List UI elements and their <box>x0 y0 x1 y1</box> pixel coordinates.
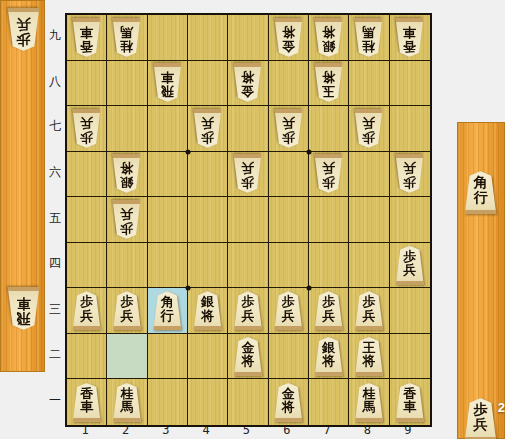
piece-kanji: 馬 <box>120 400 133 414</box>
piece-kanji: 歩 <box>322 295 335 309</box>
square-1-五[interactable] <box>67 197 107 243</box>
piece-face: 歩兵 <box>6 8 41 51</box>
square-5-七[interactable] <box>228 106 268 152</box>
square-3-二[interactable] <box>148 334 188 380</box>
piece-kanji: 車 <box>80 400 93 414</box>
piece-face: 銀将 <box>111 154 142 193</box>
piece-face: 金将 <box>232 337 263 376</box>
square-3-六[interactable] <box>148 152 188 198</box>
piece-bishop[interactable]: 角行 <box>463 171 498 214</box>
square-1-一[interactable]: 香車 <box>67 379 107 425</box>
star-point <box>186 286 191 291</box>
piece-silver[interactable]: 銀将 <box>313 18 344 57</box>
piece-kanji: 車 <box>80 26 93 40</box>
piece-kanji: 兵 <box>17 17 31 32</box>
square-9-五[interactable] <box>390 197 430 243</box>
square-1-八[interactable] <box>67 61 107 107</box>
piece-kanji: 将 <box>282 26 295 40</box>
piece-kanji: 歩 <box>80 295 93 309</box>
piece-kanji: 玉 <box>322 85 335 99</box>
piece-face: 金将 <box>232 63 263 102</box>
piece-kanji: 兵 <box>322 309 335 323</box>
piece-kanji: 香 <box>80 39 93 53</box>
piece-kanji: 歩 <box>80 130 93 144</box>
square-8-四[interactable] <box>349 243 389 289</box>
square-2-九[interactable]: 桂馬 <box>107 15 147 61</box>
square-8-九[interactable]: 桂馬 <box>349 15 389 61</box>
piece-kanji: 将 <box>322 354 335 368</box>
square-8-八[interactable] <box>349 61 389 107</box>
piece-face: 歩兵 <box>463 398 498 439</box>
square-5-六[interactable]: 歩兵 <box>228 152 268 198</box>
square-1-四[interactable] <box>67 243 107 289</box>
piece-lance[interactable]: 香車 <box>71 383 102 422</box>
square-6-七[interactable]: 歩兵 <box>269 106 309 152</box>
piece-pawn[interactable]: 歩兵 <box>6 8 41 51</box>
piece-kanji: 兵 <box>474 417 488 432</box>
piece-kanji: 桂 <box>120 39 133 53</box>
piece-kanji: 兵 <box>80 309 93 323</box>
piece-kanji: 香 <box>403 387 416 401</box>
piece-kanji: 将 <box>322 26 335 40</box>
rank-label: 一 <box>45 378 65 424</box>
square-6-五[interactable] <box>269 197 309 243</box>
piece-pawn[interactable]: 歩兵 <box>313 291 344 330</box>
square-7-二[interactable]: 銀将 <box>309 334 349 380</box>
square-4-五[interactable] <box>188 197 228 243</box>
rank-label: 二 <box>45 332 65 378</box>
rank-label: 四 <box>45 241 65 287</box>
square-5-五[interactable] <box>228 197 268 243</box>
square-2-五[interactable]: 歩兵 <box>107 197 147 243</box>
piece-pawn[interactable]: 歩兵 <box>353 109 384 148</box>
piece-kanji: 香 <box>80 387 93 401</box>
piece-face: 歩兵 <box>273 291 304 330</box>
piece-gold[interactable]: 金将 <box>232 337 263 376</box>
piece-face: 歩兵 <box>273 109 304 148</box>
square-7-三[interactable]: 歩兵 <box>309 288 349 334</box>
rank-label: 三 <box>45 286 65 332</box>
piece-kanji: 車 <box>403 400 416 414</box>
piece-face: 飛車 <box>6 287 41 330</box>
square-1-二[interactable] <box>67 334 107 380</box>
piece-kanji: 馬 <box>362 400 375 414</box>
square-9-三[interactable] <box>390 288 430 334</box>
piece-silver[interactable]: 銀将 <box>111 154 142 193</box>
square-6-八[interactable] <box>269 61 309 107</box>
piece-face: 銀将 <box>192 291 223 330</box>
square-9-一[interactable]: 香車 <box>390 379 430 425</box>
piece-face: 歩兵 <box>353 291 384 330</box>
rank-label: 六 <box>45 150 65 196</box>
rank-label: 八 <box>45 59 65 105</box>
piece-kanji: 銀 <box>322 39 335 53</box>
piece-kanji: 将 <box>201 309 214 323</box>
square-8-七[interactable]: 歩兵 <box>349 106 389 152</box>
square-6-一[interactable]: 金将 <box>269 379 309 425</box>
square-8-一[interactable]: 桂馬 <box>349 379 389 425</box>
square-4-六[interactable] <box>188 152 228 198</box>
hand-piece-bishop[interactable]: 角行 <box>463 171 498 214</box>
square-1-九[interactable]: 香車 <box>67 15 107 61</box>
piece-lance[interactable]: 香車 <box>71 18 102 57</box>
piece-kanji: 歩 <box>322 176 335 190</box>
piece-kanji: 歩 <box>403 176 416 190</box>
square-7-九[interactable]: 銀将 <box>309 15 349 61</box>
piece-kanji: 歩 <box>474 402 488 417</box>
square-4-九[interactable] <box>188 15 228 61</box>
star-point <box>307 286 312 291</box>
piece-pawn[interactable]: 歩兵 <box>111 200 142 239</box>
piece-gold[interactable]: 金将 <box>232 63 263 102</box>
piece-kanji: 行 <box>161 309 174 323</box>
piece-pawn[interactable]: 歩兵 <box>394 246 425 285</box>
square-3-八[interactable]: 飛車 <box>148 61 188 107</box>
piece-lance[interactable]: 香車 <box>394 18 425 57</box>
piece-face: 歩兵 <box>394 154 425 193</box>
piece-face: 桂馬 <box>111 18 142 57</box>
square-2-八[interactable] <box>107 61 147 107</box>
piece-kanji: 車 <box>17 296 31 311</box>
square-1-三[interactable]: 歩兵 <box>67 288 107 334</box>
piece-face: 歩兵 <box>313 154 344 193</box>
square-2-四[interactable] <box>107 243 147 289</box>
piece-face: 角行 <box>152 291 183 330</box>
piece-pawn[interactable]: 歩兵 <box>313 154 344 193</box>
square-2-二[interactable] <box>107 334 147 380</box>
square-2-一[interactable]: 桂馬 <box>107 379 147 425</box>
piece-kanji: 桂 <box>362 39 375 53</box>
piece-kanji: 銀 <box>201 295 214 309</box>
square-8-二[interactable]: 王将 <box>349 334 389 380</box>
star-point <box>307 149 312 154</box>
piece-face: 歩兵 <box>111 200 142 239</box>
piece-king[interactable]: 王将 <box>353 337 384 376</box>
piece-face: 香車 <box>71 18 102 57</box>
piece-kanji: 兵 <box>362 309 375 323</box>
piece-pawn[interactable]: 歩兵 <box>232 291 263 330</box>
piece-kanji: 桂 <box>362 387 375 401</box>
piece-face: 銀将 <box>313 18 344 57</box>
piece-kanji: 歩 <box>403 250 416 264</box>
square-2-七[interactable] <box>107 106 147 152</box>
square-7-八[interactable]: 玉将 <box>309 61 349 107</box>
piece-knight[interactable]: 桂馬 <box>353 18 384 57</box>
piece-kanji: 角 <box>161 295 174 309</box>
square-9-二[interactable] <box>390 334 430 380</box>
board-grid: 香車桂馬金将銀将桂馬香車飛車金将玉将歩兵歩兵歩兵歩兵銀将歩兵歩兵歩兵歩兵歩兵歩兵… <box>65 13 432 427</box>
piece-kanji: 馬 <box>120 26 133 40</box>
piece-pawn[interactable]: 歩兵 <box>273 291 304 330</box>
square-8-三[interactable]: 歩兵 <box>349 288 389 334</box>
square-7-六[interactable]: 歩兵 <box>309 152 349 198</box>
piece-kanji: 歩 <box>282 130 295 144</box>
piece-face: 香車 <box>394 18 425 57</box>
square-3-五[interactable] <box>148 197 188 243</box>
star-point <box>186 149 191 154</box>
square-1-六[interactable] <box>67 152 107 198</box>
square-6-四[interactable] <box>269 243 309 289</box>
piece-knight[interactable]: 桂馬 <box>111 18 142 57</box>
hand-piece-count: 2 <box>498 400 505 415</box>
piece-kanji: 兵 <box>120 208 133 222</box>
piece-pawn[interactable]: 歩兵 <box>232 154 263 193</box>
piece-kanji: 銀 <box>322 341 335 355</box>
piece-kanji: 歩 <box>362 295 375 309</box>
square-5-八[interactable]: 金将 <box>228 61 268 107</box>
piece-face: 歩兵 <box>232 154 263 193</box>
square-8-六[interactable] <box>349 152 389 198</box>
square-5-一[interactable] <box>228 379 268 425</box>
square-6-六[interactable] <box>269 152 309 198</box>
square-7-四[interactable] <box>309 243 349 289</box>
rank-label: 九 <box>45 13 65 59</box>
square-6-九[interactable]: 金将 <box>269 15 309 61</box>
piece-kanji: 兵 <box>241 309 254 323</box>
square-2-三[interactable]: 歩兵 <box>107 288 147 334</box>
square-5-九[interactable] <box>228 15 268 61</box>
piece-face: 歩兵 <box>192 109 223 148</box>
piece-bishop[interactable]: 角行 <box>152 291 183 330</box>
piece-rook[interactable]: 飛車 <box>6 287 41 330</box>
piece-gold[interactable]: 金将 <box>273 383 304 422</box>
piece-kanji: 将 <box>120 162 133 176</box>
piece-face: 歩兵 <box>71 109 102 148</box>
square-4-七[interactable]: 歩兵 <box>188 106 228 152</box>
piece-kanji: 歩 <box>17 32 31 47</box>
piece-kanji: 角 <box>474 175 488 190</box>
piece-kanji: 金 <box>241 341 254 355</box>
piece-kanji: 歩 <box>241 295 254 309</box>
piece-silver[interactable]: 銀将 <box>192 291 223 330</box>
square-7-七[interactable] <box>309 106 349 152</box>
piece-pawn[interactable]: 歩兵 <box>394 154 425 193</box>
piece-kanji: 銀 <box>120 176 133 190</box>
piece-kanji: 兵 <box>282 117 295 131</box>
piece-gold[interactable]: 金将 <box>273 18 304 57</box>
piece-face: 角行 <box>463 171 498 214</box>
square-9-四[interactable]: 歩兵 <box>390 243 430 289</box>
square-3-四[interactable] <box>148 243 188 289</box>
piece-kanji: 兵 <box>403 162 416 176</box>
piece-kanji: 兵 <box>241 162 254 176</box>
piece-pawn[interactable]: 歩兵 <box>71 291 102 330</box>
square-4-二[interactable] <box>188 334 228 380</box>
square-7-五[interactable] <box>309 197 349 243</box>
piece-rook[interactable]: 飛車 <box>152 63 183 102</box>
square-9-九[interactable]: 香車 <box>390 15 430 61</box>
piece-kanji: 兵 <box>403 263 416 277</box>
rank-label: 七 <box>45 104 65 150</box>
piece-face: 歩兵 <box>313 291 344 330</box>
piece-kanji: 将 <box>362 354 375 368</box>
piece-kanji: 飛 <box>17 311 31 326</box>
piece-face: 銀将 <box>313 337 344 376</box>
square-3-三[interactable]: 角行 <box>148 288 188 334</box>
shogi-app: 歩兵飛車 角行歩兵2 九八七六五四三二一 123456789 香車桂馬金将銀将桂… <box>0 0 505 439</box>
piece-kanji: 車 <box>403 26 416 40</box>
piece-king[interactable]: 玉将 <box>313 63 344 102</box>
piece-kanji: 歩 <box>120 221 133 235</box>
square-6-三[interactable]: 歩兵 <box>269 288 309 334</box>
rank-labels: 九八七六五四三二一 <box>45 13 65 423</box>
piece-kanji: 将 <box>282 400 295 414</box>
piece-face: 桂馬 <box>353 18 384 57</box>
square-9-六[interactable]: 歩兵 <box>390 152 430 198</box>
piece-kanji: 金 <box>282 39 295 53</box>
piece-knight[interactable]: 桂馬 <box>353 383 384 422</box>
square-8-五[interactable] <box>349 197 389 243</box>
piece-pawn[interactable]: 歩兵 <box>353 291 384 330</box>
hand-tray-gote: 角行歩兵2 <box>457 122 505 439</box>
piece-kanji: 馬 <box>362 26 375 40</box>
square-3-一[interactable] <box>148 379 188 425</box>
square-4-四[interactable] <box>188 243 228 289</box>
piece-kanji: 歩 <box>282 295 295 309</box>
square-9-七[interactable] <box>390 106 430 152</box>
piece-kanji: 王 <box>362 341 375 355</box>
piece-face: 歩兵 <box>232 291 263 330</box>
piece-kanji: 歩 <box>362 130 375 144</box>
piece-kanji: 歩 <box>201 130 214 144</box>
piece-silver[interactable]: 銀将 <box>313 337 344 376</box>
square-9-八[interactable] <box>390 61 430 107</box>
piece-kanji: 行 <box>474 190 488 205</box>
piece-face: 香車 <box>71 383 102 422</box>
hand-tray-sente: 歩兵飛車 <box>0 0 45 372</box>
piece-kanji: 歩 <box>241 176 254 190</box>
piece-pawn[interactable]: 歩兵 <box>273 109 304 148</box>
piece-kanji: 兵 <box>80 117 93 131</box>
piece-kanji: 香 <box>403 39 416 53</box>
square-3-七[interactable] <box>148 106 188 152</box>
piece-kanji: 兵 <box>362 117 375 131</box>
piece-face: 歩兵 <box>71 291 102 330</box>
piece-face: 金将 <box>273 383 304 422</box>
square-5-二[interactable]: 金将 <box>228 334 268 380</box>
piece-pawn[interactable]: 歩兵 <box>71 109 102 148</box>
piece-face: 桂馬 <box>111 383 142 422</box>
square-1-七[interactable]: 歩兵 <box>67 106 107 152</box>
piece-pawn[interactable]: 歩兵 <box>111 291 142 330</box>
piece-face: 飛車 <box>152 63 183 102</box>
piece-lance[interactable]: 香車 <box>394 383 425 422</box>
piece-kanji: 金 <box>241 85 254 99</box>
piece-face: 歩兵 <box>394 246 425 285</box>
piece-kanji: 金 <box>282 387 295 401</box>
piece-kanji: 兵 <box>282 309 295 323</box>
piece-face: 香車 <box>394 383 425 422</box>
piece-kanji: 兵 <box>322 162 335 176</box>
piece-face: 王将 <box>353 337 384 376</box>
piece-kanji: 兵 <box>120 309 133 323</box>
piece-kanji: 兵 <box>201 117 214 131</box>
square-7-一[interactable] <box>309 379 349 425</box>
piece-kanji: 将 <box>241 71 254 85</box>
square-2-六[interactable]: 銀将 <box>107 152 147 198</box>
square-5-四[interactable] <box>228 243 268 289</box>
piece-pawn[interactable]: 歩兵 <box>192 109 223 148</box>
piece-face: 金将 <box>273 18 304 57</box>
piece-kanji: 車 <box>161 71 174 85</box>
piece-face: 歩兵 <box>111 291 142 330</box>
hand-piece-rook[interactable]: 飛車 <box>6 287 41 330</box>
piece-kanji: 将 <box>241 354 254 368</box>
hand-piece-pawn[interactable]: 歩兵 <box>6 8 41 51</box>
square-4-三[interactable]: 銀将 <box>188 288 228 334</box>
square-3-九[interactable] <box>148 15 188 61</box>
square-5-三[interactable]: 歩兵 <box>228 288 268 334</box>
piece-kanji: 歩 <box>120 295 133 309</box>
piece-kanji: 飛 <box>161 85 174 99</box>
piece-face: 桂馬 <box>353 383 384 422</box>
piece-kanji: 将 <box>322 71 335 85</box>
piece-knight[interactable]: 桂馬 <box>111 383 142 422</box>
square-4-八[interactable] <box>188 61 228 107</box>
rank-label: 五 <box>45 195 65 241</box>
piece-kanji: 桂 <box>120 387 133 401</box>
piece-face: 玉将 <box>313 63 344 102</box>
square-4-一[interactable] <box>188 379 228 425</box>
piece-pawn[interactable]: 歩兵 <box>463 398 498 439</box>
square-6-二[interactable] <box>269 334 309 380</box>
piece-face: 歩兵 <box>353 109 384 148</box>
hand-piece-pawn[interactable]: 歩兵2 <box>463 398 498 439</box>
